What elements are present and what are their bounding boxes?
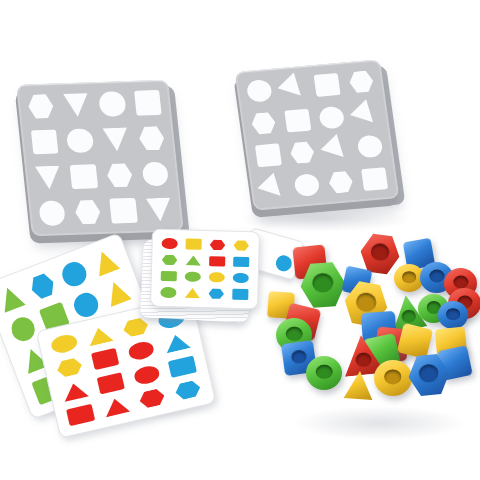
pieces-pile <box>0 0 480 480</box>
piece-hole <box>446 308 460 320</box>
product-photo <box>0 0 480 480</box>
piece-hole <box>312 273 334 294</box>
piece-hole <box>401 309 416 323</box>
piece-hole <box>418 364 439 384</box>
piece-blue-ring[interactable] <box>438 301 468 329</box>
piece-hole <box>402 271 416 283</box>
piece-hole <box>370 243 391 262</box>
piece-green-ring[interactable] <box>306 356 342 390</box>
piece-hole <box>316 364 333 378</box>
piece-hole <box>429 270 444 283</box>
piece-hole <box>355 291 378 313</box>
piece-yellow-ring[interactable] <box>374 360 412 396</box>
piece-hole <box>291 349 307 364</box>
piece-hole <box>453 276 468 289</box>
piece-hole <box>355 352 372 368</box>
piece-hole <box>286 326 303 340</box>
piece-hole <box>384 369 401 384</box>
